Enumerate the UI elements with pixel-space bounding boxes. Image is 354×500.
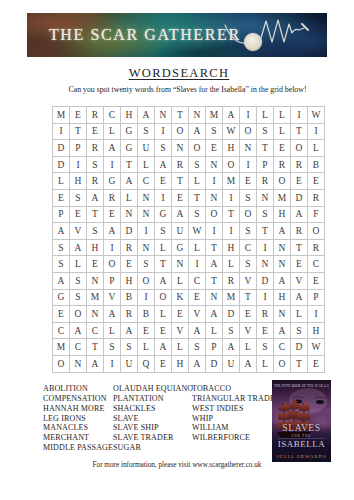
grid-cell: A [291,207,308,224]
site-banner: THE SCAR GATHERER [27,13,327,57]
grid-cell: A [87,356,104,373]
grid-cell: L [206,323,223,340]
grid-cell: A [155,273,172,290]
grid-cell: L [257,356,274,373]
moon-squiggle-icon [222,13,327,57]
grid-cell: F [308,207,325,224]
grid-cell: U [121,356,138,373]
grid-cell: A [189,124,206,141]
grid-cell: S [291,323,308,340]
grid-cell: A [87,190,104,207]
grid-cell: S [206,124,223,141]
grid-cell: O [223,157,240,174]
grid-cell: S [240,190,257,207]
grid-cell: E [155,356,172,373]
grid-cell: E [172,190,189,207]
grid-cell: A [189,323,206,340]
grid-cell: O [172,124,189,141]
grid-cell: E [155,173,172,190]
cover-title-for-the: FOR THE [272,434,331,438]
cover-author: JULIA EDWARDS [272,454,331,459]
grid-cell: G [104,173,121,190]
grid-cell: S [223,323,240,340]
book-cover: THE FIFTH BOOK OF THE SCAR GATHERER SERI… [272,380,331,462]
grid-cell: I [240,107,257,124]
grid-cell: L [70,256,87,273]
grid-cell: R [291,223,308,240]
grid-cell: E [70,207,87,224]
grid-cell: S [240,223,257,240]
grid-cell: E [274,140,291,157]
word-item: MERCHANT [43,433,113,443]
grid-cell: H [223,140,240,157]
grid-cell: N [274,240,291,257]
grid-cell: S [121,339,138,356]
grid-cell: N [70,356,87,373]
grid-cell: C [240,240,257,257]
grid-cell: I [308,306,325,323]
grid-cell: S [138,124,155,141]
grid-cell: H [274,207,291,224]
grid-cell: B [308,157,325,174]
grid-cell: W [189,223,206,240]
grid-cell: R [274,157,291,174]
grid-cell: S [87,223,104,240]
grid-cell: C [274,339,291,356]
grid-cell: V [172,323,189,340]
grid-cell: H [172,356,189,373]
grid-cell: N [206,190,223,207]
grid-cell: S [257,339,274,356]
grid-cell: T [223,207,240,224]
grid-cell: Q [138,356,155,373]
grid-cell: I [138,223,155,240]
grid-cell: R [257,173,274,190]
grid-cell: B [138,306,155,323]
moon-icon [244,33,262,51]
grid-cell: G [172,240,189,257]
grid-cell: E [53,190,70,207]
grid-cell: S [138,256,155,273]
grid-cell: W [308,107,325,124]
grid-cell: N [172,256,189,273]
grid-cell: C [53,323,70,340]
grid-cell: I [240,157,257,174]
grid-cell: N [257,256,274,273]
grid-cell: A [189,356,206,373]
worksheet-page: THE SCAR GATHERER WORDSEARCH Can you spo… [0,0,354,500]
grid-cell: E [104,207,121,224]
grid-cell: L [121,190,138,207]
grid-cell: I [257,290,274,307]
word-item: PLANTATION [113,394,193,404]
sailing-ship-illustration [276,399,312,439]
grid-cell: N [121,207,138,224]
instruction-text: Can you spot twenty words from “Slaves f… [21,85,354,94]
grid-cell: R [121,306,138,323]
grid-cell: O [240,207,257,224]
word-item: WEST INDIES [192,404,275,414]
grid-cell: V [291,273,308,290]
grid-cell: O [70,306,87,323]
grid-cell: T [257,140,274,157]
cover-tagline: THE FIFTH BOOK OF THE SCAR GATHERER SERI… [274,384,329,388]
grid-cell: M [87,290,104,307]
grid-cell: I [291,107,308,124]
word-item: WILBERFORCE [192,433,275,443]
grid-cell: A [172,207,189,224]
grid-cell: T [121,157,138,174]
word-item: TRIANGULAR TRADE [192,394,275,404]
grid-cell: V [70,223,87,240]
grid-cell: E [87,256,104,273]
grid-cell: T [291,240,308,257]
grid-cell: I [70,157,87,174]
grid-cell: S [53,256,70,273]
grid-cell: O [104,256,121,273]
grid-cell: E [240,173,257,190]
grid-cell: A [70,240,87,257]
grid-cell: D [53,157,70,174]
grid-cell: N [206,157,223,174]
grid-cell: P [53,207,70,224]
grid-cell: A [53,273,70,290]
grid-cell: I [104,157,121,174]
word-item: HANNAH MORE [43,404,113,414]
grid-cell: H [223,240,240,257]
grid-cell: D [257,273,274,290]
grid-cell: S [189,207,206,224]
page-title: WORDSEARCH [2,66,354,81]
grid-cell: N [87,273,104,290]
grid-cell: W [223,124,240,141]
grid-cell: S [70,273,87,290]
grid-cell: L [104,323,121,340]
grid-cell: D [206,356,223,373]
grid-cell: O [274,356,291,373]
grid-cell: O [189,140,206,157]
grid-cell: I [104,356,121,373]
grid-cell: H [274,290,291,307]
grid-cell: E [155,323,172,340]
grid-cell: T [172,107,189,124]
grid-cell: R [87,140,104,157]
grid-cell: R [87,107,104,124]
grid-cell: R [87,173,104,190]
grid-cell: R [172,157,189,174]
grid-cell: V [240,273,257,290]
grid-cell: L [155,306,172,323]
grid-cell: R [223,273,240,290]
grid-cell: S [189,157,206,174]
grid-cell: I [155,124,172,141]
grid-cell: A [274,223,291,240]
word-item: MIDDLE PASSAGE [43,443,113,453]
grid-cell: L [189,240,206,257]
grid-cell: G [121,140,138,157]
word-list-column-3: TOBACCOTRIANGULAR TRADEWEST INDIESWHIPWI… [192,384,275,443]
grid-cell: T [87,207,104,224]
grid-cell: H [121,107,138,124]
grid-cell: A [104,223,121,240]
grid-cell: M [206,107,223,124]
grid-cell: T [206,273,223,290]
grid-cell: L [257,107,274,124]
grid-cell: N [189,107,206,124]
grid-cell: R [121,240,138,257]
grid-cell: I [308,124,325,141]
grid-cell: O [291,140,308,157]
grid-cell: R [104,190,121,207]
grid-cell: U [223,356,240,373]
grid-cell: D [53,140,70,157]
word-item: OLAUDAH EQUIANO [113,384,193,394]
grid-cell: R [257,306,274,323]
word-item: LEG IRONS [43,414,113,424]
grid-cell: E [121,256,138,273]
grid-cell: E [291,173,308,190]
grid-cell: T [87,339,104,356]
grid-cell: K [172,290,189,307]
grid-cell: E [206,140,223,157]
footer-prefix: For more information, please visit [93,461,193,469]
grid-cell: L [291,306,308,323]
word-item: WILLIAM [192,423,275,433]
grid-cell: E [308,273,325,290]
grid-cell: C [189,273,206,290]
grid-cell: I [257,240,274,257]
grid-cell: V [189,306,206,323]
grid-cell: A [240,356,257,373]
grid-cell: U [172,223,189,240]
grid-cell: S [53,240,70,257]
grid-cell: L [138,339,155,356]
grid-cell: O [138,273,155,290]
grid-cell: I [189,256,206,273]
grid-cell: L [172,273,189,290]
grid-cell: R [291,157,308,174]
grid-cell: N [138,240,155,257]
grid-cell: L [104,124,121,141]
grid-cell: E [138,323,155,340]
grid-cell: I [223,190,240,207]
cover-title-slaves: SLAVES [272,423,331,433]
grid-cell: L [172,339,189,356]
grid-cell: E [308,356,325,373]
grid-cell: L [223,256,240,273]
grid-cell: H [308,323,325,340]
wordsearch-grid: MERCHANTNMAILLIWITELGSIOASWOSLTIDPRAGUSN… [52,106,325,373]
grid-cell: T [189,190,206,207]
grid-cell: P [104,273,121,290]
grid-cell: T [291,124,308,141]
grid-cell: N [274,306,291,323]
grid-cell: A [138,107,155,124]
grid-cell: M [274,190,291,207]
grid-cell: C [308,256,325,273]
grid-cell: U [138,140,155,157]
grid-cell: A [104,140,121,157]
word-item: SHACKLES [113,404,193,414]
grid-cell: L [53,173,70,190]
grid-cell: S [155,223,172,240]
grid-cell: O [240,124,257,141]
grid-cell: A [53,223,70,240]
grid-cell: T [172,173,189,190]
grid-cell: R [308,190,325,207]
grid-cell: S [155,140,172,157]
grid-cell: N [155,107,172,124]
grid-cell: A [104,306,121,323]
word-list-column-2: OLAUDAH EQUIANOPLANTATIONSHACKLESSLAVESL… [113,384,193,453]
grid-cell: E [87,124,104,141]
word-item: COMPENSATION [43,394,113,404]
grid-cell: P [308,290,325,307]
grid-cell: T [155,256,172,273]
grid-cell: P [70,140,87,157]
grid-cell: H [87,240,104,257]
grid-cell: B [121,290,138,307]
grid-cell: C [70,339,87,356]
grid-cell: A [274,323,291,340]
word-item: MANACLES [43,423,113,433]
grid-cell: S [87,157,104,174]
grid-cell: T [206,240,223,257]
grid-cell: T [70,124,87,141]
footer-text: For more information, please visit www.s… [0,461,354,469]
grid-cell: H [121,273,138,290]
word-item: SLAVE [113,414,193,424]
grid-cell: N [257,190,274,207]
grid-cell: S [240,256,257,273]
grid-cell: S [257,124,274,141]
word-item: WHIP [192,414,275,424]
word-item: SUGAR [113,443,193,453]
grid-cell: T [240,290,257,307]
grid-cell: S [257,207,274,224]
grid-cell: A [206,256,223,273]
grid-cell: M [53,339,70,356]
grid-cell: I [206,173,223,190]
grid-cell: V [240,323,257,340]
grid-cell: N [240,140,257,157]
grid-cell: E [70,107,87,124]
grid-cell: P [257,157,274,174]
grid-cell: T [257,223,274,240]
grid-cell: R [308,240,325,257]
cover-title-isabella: ISABELLA [272,439,331,449]
grid-cell: W [308,339,325,356]
grid-cell: L [155,240,172,257]
grid-cell: I [138,290,155,307]
grid-cell: L [240,339,257,356]
grid-cell: E [172,306,189,323]
grid-cell: A [291,290,308,307]
grid-cell: L [274,124,291,141]
grid-cell: C [138,173,155,190]
grid-cell: C [87,323,104,340]
grid-cell: N [172,140,189,157]
grid-cell: N [206,290,223,307]
grid-cell: O [206,207,223,224]
grid-cell: O [274,173,291,190]
grid-cell: L [189,173,206,190]
grid-cell: G [53,290,70,307]
word-item: ABOLITION [43,384,113,394]
grid-cell: A [274,273,291,290]
grid-cell: M [53,107,70,124]
word-item: TOBACCO [192,384,275,394]
word-list-column-1: ABOLITIONCOMPENSATIONHANNAH MORELEG IRON… [43,384,113,453]
word-item: SLAVE SHIP [113,423,193,433]
grid-cell: S [70,290,87,307]
grid-cell: I [53,124,70,141]
grid-cell: N [138,207,155,224]
grid-cell: S [189,339,206,356]
grid-cell: O [308,223,325,240]
grid-cell: A [155,157,172,174]
grid-cell: G [121,124,138,141]
grid-cell: E [240,306,257,323]
grid-cell: I [104,240,121,257]
site-title: THE SCAR GATHERER [49,13,241,57]
grid-cell: L [138,157,155,174]
grid-cell: E [189,290,206,307]
grid-cell: S [70,190,87,207]
grid-cell: I [206,223,223,240]
grid-cell: S [104,339,121,356]
grid-cell: L [274,107,291,124]
grid-cell: I [155,190,172,207]
grid-cell: A [155,339,172,356]
grid-cell: E [257,323,274,340]
grid-cell: I [223,223,240,240]
grid-cell: A [70,323,87,340]
grid-cell: L [308,140,325,157]
grid-cell: E [308,173,325,190]
grid-cell: D [223,306,240,323]
grid-cell: E [53,306,70,323]
grid-cell: O [53,356,70,373]
website-url[interactable]: www.scargatherer.co.uk [192,461,261,469]
word-item: SLAVE TRADER [113,433,193,443]
grid-cell: O [155,290,172,307]
grid-cell: N [138,190,155,207]
grid-cell: H [70,173,87,190]
grid-cell: D [291,190,308,207]
grid-cell: N [274,256,291,273]
grid-cell: G [155,207,172,224]
grid-cell: C [104,107,121,124]
grid-cell: E [291,256,308,273]
grid-cell: A [121,323,138,340]
grid-cell: D [291,339,308,356]
grid-cell: A [223,107,240,124]
grid-cell: T [291,356,308,373]
grid-cell: M [223,290,240,307]
grid-cell: A [121,173,138,190]
grid-cell: N [87,306,104,323]
grid-cell: P [206,339,223,356]
grid-cell: D [121,223,138,240]
grid-cell: V [104,290,121,307]
grid-cell: A [206,306,223,323]
grid-cell: A [223,339,240,356]
grid-cell: M [223,173,240,190]
